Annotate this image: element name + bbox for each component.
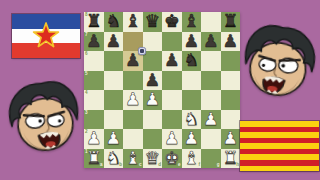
square-g5[interactable] [201,71,221,91]
white-pawn-piece[interactable]: ♟ [84,129,104,149]
thumbnail-canvas: 8♜♞♝♛♚♝♜7♟♟♟♟♟6♟♟♞5♟4♟♟3♞♟2♟♟♟♟♟1a♜b♞c♝d… [0,0,320,180]
square-c5[interactable] [123,71,143,91]
white-knight-piece[interactable]: ♞ [104,149,124,169]
square-f4[interactable] [182,90,202,110]
square-f3[interactable]: ♞ [182,110,202,130]
square-e3[interactable] [162,110,182,130]
square-c3[interactable] [123,110,143,130]
square-g7[interactable]: ♟ [201,32,221,52]
book-move-badge [138,47,147,56]
square-d1[interactable]: d♛ [143,149,163,169]
black-pawn-piece[interactable]: ♟ [221,32,241,52]
white-king-piece[interactable]: ♚ [162,149,182,169]
square-h7[interactable]: ♟ [221,32,241,52]
square-f8[interactable]: ♝ [182,12,202,32]
red-star-icon [12,14,80,58]
square-e5[interactable] [162,71,182,91]
square-f7[interactable]: ♟ [182,32,202,52]
square-b8[interactable]: ♞ [104,12,124,32]
square-d3[interactable] [143,110,163,130]
square-a1[interactable]: 1a♜ [84,149,104,169]
square-g8[interactable] [201,12,221,32]
square-e7[interactable] [162,32,182,52]
square-f1[interactable]: f♝ [182,149,202,169]
white-pawn-piece[interactable]: ♟ [162,129,182,149]
black-rook-piece[interactable]: ♜ [221,12,241,32]
white-rook-piece[interactable]: ♜ [84,149,104,169]
rank-coordinate-label: 5 [85,72,88,77]
square-g4[interactable] [201,90,221,110]
black-king-piece[interactable]: ♚ [162,12,182,32]
square-d5[interactable]: ♟ [143,71,163,91]
square-e1[interactable]: e♚ [162,149,182,169]
square-a4[interactable]: 4 [84,90,104,110]
square-h5[interactable] [221,71,241,91]
screaming-cartoon-face-icon [1,71,85,160]
screaming-cartoon-face-icon [237,15,320,106]
white-pawn-piece[interactable]: ♟ [104,129,124,149]
square-b7[interactable]: ♟ [104,32,124,52]
square-c4[interactable]: ♟ [123,90,143,110]
black-pawn-piece[interactable]: ♟ [143,71,163,91]
square-a7[interactable]: 7♟ [84,32,104,52]
square-h8[interactable]: ♜ [221,12,241,32]
square-b4[interactable] [104,90,124,110]
flag-stripe-yellow [240,166,319,172]
rank-coordinate-label: 3 [85,111,88,116]
square-b3[interactable] [104,110,124,130]
black-knight-piece[interactable]: ♞ [104,12,124,32]
square-a8[interactable]: 8♜ [84,12,104,32]
white-rook-piece[interactable]: ♜ [221,149,241,169]
chess-board[interactable]: 8♜♞♝♛♚♝♜7♟♟♟♟♟6♟♟♞5♟4♟♟3♞♟2♟♟♟♟♟1a♜b♞c♝d… [84,12,240,168]
black-bishop-piece[interactable]: ♝ [182,12,202,32]
square-e4[interactable] [162,90,182,110]
square-g1[interactable]: g [201,149,221,169]
square-b1[interactable]: b♞ [104,149,124,169]
white-pawn-piece[interactable]: ♟ [201,110,221,130]
black-pawn-piece[interactable]: ♟ [182,32,202,52]
black-pawn-piece[interactable]: ♟ [201,32,221,52]
white-pawn-piece[interactable]: ♟ [143,90,163,110]
black-knight-piece[interactable]: ♞ [182,51,202,71]
black-bishop-piece[interactable]: ♝ [123,12,143,32]
square-c2[interactable] [123,129,143,149]
black-pawn-piece[interactable]: ♟ [104,32,124,52]
square-f6[interactable]: ♞ [182,51,202,71]
square-a2[interactable]: 2♟ [84,129,104,149]
square-h6[interactable] [221,51,241,71]
black-rook-piece[interactable]: ♜ [84,12,104,32]
square-d2[interactable] [143,129,163,149]
square-h3[interactable] [221,110,241,130]
black-pawn-piece[interactable]: ♟ [162,51,182,71]
square-b2[interactable]: ♟ [104,129,124,149]
square-f5[interactable] [182,71,202,91]
catalonia-flag-icon [240,121,319,171]
square-e6[interactable]: ♟ [162,51,182,71]
square-g6[interactable] [201,51,221,71]
square-a5[interactable]: 5 [84,71,104,91]
yugoslavia-flag-icon [12,14,80,58]
square-b5[interactable] [104,71,124,91]
square-g2[interactable] [201,129,221,149]
black-pawn-piece[interactable]: ♟ [84,32,104,52]
square-g3[interactable]: ♟ [201,110,221,130]
square-e2[interactable]: ♟ [162,129,182,149]
square-c8[interactable]: ♝ [123,12,143,32]
square-b6[interactable] [104,51,124,71]
rank-coordinate-label: 6 [85,52,88,57]
square-d4[interactable]: ♟ [143,90,163,110]
square-d8[interactable]: ♛ [143,12,163,32]
square-c1[interactable]: c♝ [123,149,143,169]
white-bishop-piece[interactable]: ♝ [182,149,202,169]
white-queen-piece[interactable]: ♛ [143,149,163,169]
file-coordinate-label: g [217,163,220,168]
square-f2[interactable]: ♟ [182,129,202,149]
white-pawn-piece[interactable]: ♟ [182,129,202,149]
square-h2[interactable]: ♟ [221,129,241,149]
square-h1[interactable]: h♜ [221,149,241,169]
white-bishop-piece[interactable]: ♝ [123,149,143,169]
black-queen-piece[interactable]: ♛ [143,12,163,32]
white-pawn-piece[interactable]: ♟ [123,90,143,110]
square-a3[interactable]: 3 [84,110,104,130]
square-a6[interactable]: 6 [84,51,104,71]
rank-coordinate-label: 4 [85,91,88,96]
white-knight-piece[interactable]: ♞ [182,110,202,130]
square-e8[interactable]: ♚ [162,12,182,32]
white-pawn-piece[interactable]: ♟ [221,129,241,149]
